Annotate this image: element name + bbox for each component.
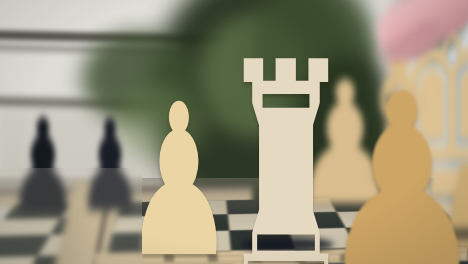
white-pawn-large[interactable]: ♟ — [316, 60, 468, 264]
photo-chess-scene: ♟♟♟♜♟♝♚♟♟ — [0, 0, 468, 264]
black-pawn-far[interactable]: ♟ — [8, 102, 78, 232]
